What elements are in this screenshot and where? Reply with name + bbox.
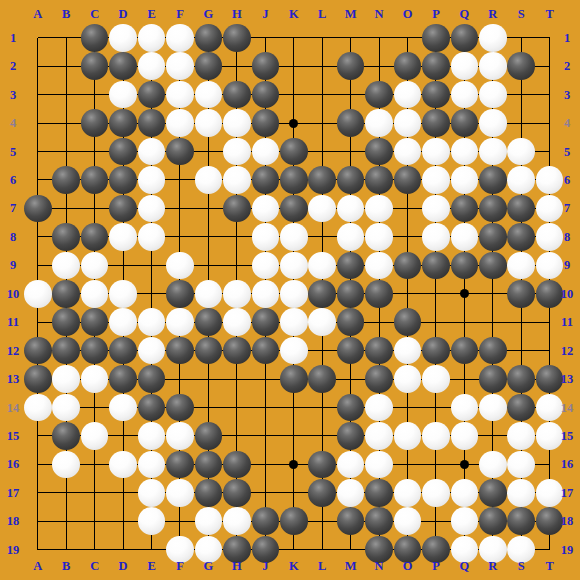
intersection-Q18[interactable] — [450, 507, 478, 535]
intersection-C4[interactable] — [80, 109, 108, 137]
intersection-T2[interactable] — [535, 52, 563, 80]
intersection-C15[interactable] — [80, 422, 108, 450]
intersection-R2[interactable] — [479, 52, 507, 80]
intersection-J3[interactable] — [251, 80, 279, 108]
intersection-E1[interactable] — [137, 24, 165, 52]
intersection-P12[interactable] — [422, 336, 450, 364]
intersection-G10[interactable] — [194, 280, 222, 308]
intersection-P18[interactable] — [422, 507, 450, 535]
intersection-D5[interactable] — [109, 137, 137, 165]
intersection-K7[interactable] — [280, 194, 308, 222]
intersection-J2[interactable] — [251, 52, 279, 80]
intersection-C3[interactable] — [80, 80, 108, 108]
intersection-R3[interactable] — [479, 80, 507, 108]
intersection-B15[interactable] — [52, 422, 80, 450]
intersection-E13[interactable] — [137, 365, 165, 393]
intersection-K10[interactable] — [280, 280, 308, 308]
intersection-B13[interactable] — [52, 365, 80, 393]
intersection-B12[interactable] — [52, 336, 80, 364]
intersection-R8[interactable] — [479, 223, 507, 251]
intersection-H12[interactable] — [223, 336, 251, 364]
intersection-F17[interactable] — [166, 479, 194, 507]
intersection-G6[interactable] — [194, 166, 222, 194]
intersection-L16[interactable] — [308, 450, 336, 478]
intersection-F14[interactable] — [166, 393, 194, 421]
intersection-O3[interactable] — [393, 80, 421, 108]
intersection-K4[interactable] — [280, 109, 308, 137]
intersection-Q12[interactable] — [450, 336, 478, 364]
intersection-T17[interactable] — [535, 479, 563, 507]
intersection-L4[interactable] — [308, 109, 336, 137]
intersection-F1[interactable] — [166, 24, 194, 52]
intersection-R9[interactable] — [479, 251, 507, 279]
intersection-C7[interactable] — [80, 194, 108, 222]
intersection-D18[interactable] — [109, 507, 137, 535]
intersection-S9[interactable] — [507, 251, 535, 279]
intersection-C9[interactable] — [80, 251, 108, 279]
intersection-J18[interactable] — [251, 507, 279, 535]
intersection-T3[interactable] — [535, 80, 563, 108]
intersection-S6[interactable] — [507, 166, 535, 194]
intersection-D3[interactable] — [109, 80, 137, 108]
intersection-C16[interactable] — [80, 450, 108, 478]
intersection-B4[interactable] — [52, 109, 80, 137]
intersection-G14[interactable] — [194, 393, 222, 421]
intersection-M5[interactable] — [336, 137, 364, 165]
intersection-N14[interactable] — [365, 393, 393, 421]
intersection-F10[interactable] — [166, 280, 194, 308]
intersection-H2[interactable] — [223, 52, 251, 80]
intersection-B14[interactable] — [52, 393, 80, 421]
intersection-E17[interactable] — [137, 479, 165, 507]
intersection-K15[interactable] — [280, 422, 308, 450]
intersection-R7[interactable] — [479, 194, 507, 222]
intersection-M15[interactable] — [336, 422, 364, 450]
intersection-G2[interactable] — [194, 52, 222, 80]
intersection-T4[interactable] — [535, 109, 563, 137]
intersection-E15[interactable] — [137, 422, 165, 450]
intersection-E12[interactable] — [137, 336, 165, 364]
intersection-A4[interactable] — [24, 109, 52, 137]
intersection-G15[interactable] — [194, 422, 222, 450]
intersection-C18[interactable] — [80, 507, 108, 535]
intersection-R4[interactable] — [479, 109, 507, 137]
intersection-J8[interactable] — [251, 223, 279, 251]
intersection-O15[interactable] — [393, 422, 421, 450]
intersection-F18[interactable] — [166, 507, 194, 535]
intersection-G13[interactable] — [194, 365, 222, 393]
intersection-C8[interactable] — [80, 223, 108, 251]
intersection-F8[interactable] — [166, 223, 194, 251]
intersection-K3[interactable] — [280, 80, 308, 108]
intersection-S3[interactable] — [507, 80, 535, 108]
intersection-G3[interactable] — [194, 80, 222, 108]
intersection-H3[interactable] — [223, 80, 251, 108]
intersection-S8[interactable] — [507, 223, 535, 251]
intersection-H18[interactable] — [223, 507, 251, 535]
intersection-K11[interactable] — [280, 308, 308, 336]
intersection-H16[interactable] — [223, 450, 251, 478]
intersection-B6[interactable] — [52, 166, 80, 194]
intersection-K12[interactable] — [280, 336, 308, 364]
intersection-C6[interactable] — [80, 166, 108, 194]
intersection-P10[interactable] — [422, 280, 450, 308]
intersection-C1[interactable] — [80, 24, 108, 52]
intersection-D14[interactable] — [109, 393, 137, 421]
intersection-B18[interactable] — [52, 507, 80, 535]
intersection-A11[interactable] — [24, 308, 52, 336]
intersection-T9[interactable] — [535, 251, 563, 279]
intersection-B8[interactable] — [52, 223, 80, 251]
intersection-K1[interactable] — [280, 24, 308, 52]
intersection-H8[interactable] — [223, 223, 251, 251]
intersection-O7[interactable] — [393, 194, 421, 222]
intersection-O10[interactable] — [393, 280, 421, 308]
intersection-N13[interactable] — [365, 365, 393, 393]
intersection-G9[interactable] — [194, 251, 222, 279]
intersection-B5[interactable] — [52, 137, 80, 165]
intersection-H6[interactable] — [223, 166, 251, 194]
intersection-K16[interactable] — [280, 450, 308, 478]
intersection-O1[interactable] — [393, 24, 421, 52]
intersection-L12[interactable] — [308, 336, 336, 364]
intersection-M9[interactable] — [336, 251, 364, 279]
intersection-M6[interactable] — [336, 166, 364, 194]
intersection-N6[interactable] — [365, 166, 393, 194]
intersection-M3[interactable] — [336, 80, 364, 108]
intersection-M1[interactable] — [336, 24, 364, 52]
intersection-P6[interactable] — [422, 166, 450, 194]
intersection-N15[interactable] — [365, 422, 393, 450]
intersection-J15[interactable] — [251, 422, 279, 450]
intersection-N1[interactable] — [365, 24, 393, 52]
intersection-C2[interactable] — [80, 52, 108, 80]
intersection-A3[interactable] — [24, 80, 52, 108]
intersection-P3[interactable] — [422, 80, 450, 108]
intersection-F3[interactable] — [166, 80, 194, 108]
intersection-S4[interactable] — [507, 109, 535, 137]
intersection-Q4[interactable] — [450, 109, 478, 137]
intersection-B7[interactable] — [52, 194, 80, 222]
intersection-F11[interactable] — [166, 308, 194, 336]
intersection-K6[interactable] — [280, 166, 308, 194]
intersection-N5[interactable] — [365, 137, 393, 165]
intersection-M13[interactable] — [336, 365, 364, 393]
intersection-Q14[interactable] — [450, 393, 478, 421]
intersection-E2[interactable] — [137, 52, 165, 80]
intersection-N17[interactable] — [365, 479, 393, 507]
intersection-E3[interactable] — [137, 80, 165, 108]
intersection-A13[interactable] — [24, 365, 52, 393]
intersection-F2[interactable] — [166, 52, 194, 80]
intersection-A5[interactable] — [24, 137, 52, 165]
intersection-T15[interactable] — [535, 422, 563, 450]
intersection-A7[interactable] — [24, 194, 52, 222]
intersection-F7[interactable] — [166, 194, 194, 222]
intersection-O11[interactable] — [393, 308, 421, 336]
intersection-H5[interactable] — [223, 137, 251, 165]
intersection-L9[interactable] — [308, 251, 336, 279]
intersection-E8[interactable] — [137, 223, 165, 251]
intersection-L7[interactable] — [308, 194, 336, 222]
intersection-G17[interactable] — [194, 479, 222, 507]
intersection-S18[interactable] — [507, 507, 535, 535]
intersection-M4[interactable] — [336, 109, 364, 137]
intersection-O17[interactable] — [393, 479, 421, 507]
intersection-H11[interactable] — [223, 308, 251, 336]
intersection-C5[interactable] — [80, 137, 108, 165]
intersection-C13[interactable] — [80, 365, 108, 393]
intersection-E6[interactable] — [137, 166, 165, 194]
intersection-P8[interactable] — [422, 223, 450, 251]
intersection-C14[interactable] — [80, 393, 108, 421]
intersection-D8[interactable] — [109, 223, 137, 251]
intersection-N16[interactable] — [365, 450, 393, 478]
intersection-P2[interactable] — [422, 52, 450, 80]
intersection-A2[interactable] — [24, 52, 52, 80]
intersection-J13[interactable] — [251, 365, 279, 393]
intersection-N11[interactable] — [365, 308, 393, 336]
intersection-T13[interactable] — [535, 365, 563, 393]
intersection-D15[interactable] — [109, 422, 137, 450]
intersection-H10[interactable] — [223, 280, 251, 308]
intersection-Q8[interactable] — [450, 223, 478, 251]
intersection-K14[interactable] — [280, 393, 308, 421]
intersection-O6[interactable] — [393, 166, 421, 194]
intersection-R13[interactable] — [479, 365, 507, 393]
intersection-H13[interactable] — [223, 365, 251, 393]
intersection-R15[interactable] — [479, 422, 507, 450]
intersection-F6[interactable] — [166, 166, 194, 194]
intersection-J17[interactable] — [251, 479, 279, 507]
intersection-T18[interactable] — [535, 507, 563, 535]
intersection-Q15[interactable] — [450, 422, 478, 450]
intersection-P7[interactable] — [422, 194, 450, 222]
intersection-T6[interactable] — [535, 166, 563, 194]
intersection-A16[interactable] — [24, 450, 52, 478]
intersection-S15[interactable] — [507, 422, 535, 450]
intersection-Q17[interactable] — [450, 479, 478, 507]
intersection-D17[interactable] — [109, 479, 137, 507]
intersection-H15[interactable] — [223, 422, 251, 450]
intersection-N4[interactable] — [365, 109, 393, 137]
intersection-M12[interactable] — [336, 336, 364, 364]
intersection-B2[interactable] — [52, 52, 80, 80]
intersection-L2[interactable] — [308, 52, 336, 80]
intersection-L13[interactable] — [308, 365, 336, 393]
intersection-K2[interactable] — [280, 52, 308, 80]
intersection-C12[interactable] — [80, 336, 108, 364]
intersection-P1[interactable] — [422, 24, 450, 52]
intersection-L5[interactable] — [308, 137, 336, 165]
intersection-L1[interactable] — [308, 24, 336, 52]
intersection-N10[interactable] — [365, 280, 393, 308]
intersection-N7[interactable] — [365, 194, 393, 222]
intersection-O2[interactable] — [393, 52, 421, 80]
intersection-H1[interactable] — [223, 24, 251, 52]
intersection-J11[interactable] — [251, 308, 279, 336]
intersection-S2[interactable] — [507, 52, 535, 80]
intersection-L15[interactable] — [308, 422, 336, 450]
intersection-M17[interactable] — [336, 479, 364, 507]
intersection-B9[interactable] — [52, 251, 80, 279]
intersection-B11[interactable] — [52, 308, 80, 336]
intersection-F15[interactable] — [166, 422, 194, 450]
intersection-N9[interactable] — [365, 251, 393, 279]
intersection-H14[interactable] — [223, 393, 251, 421]
intersection-D7[interactable] — [109, 194, 137, 222]
intersection-K13[interactable] — [280, 365, 308, 393]
intersection-R17[interactable] — [479, 479, 507, 507]
intersection-T10[interactable] — [535, 280, 563, 308]
intersection-T12[interactable] — [535, 336, 563, 364]
intersection-K8[interactable] — [280, 223, 308, 251]
intersection-K5[interactable] — [280, 137, 308, 165]
intersection-J1[interactable] — [251, 24, 279, 52]
intersection-G7[interactable] — [194, 194, 222, 222]
intersection-L17[interactable] — [308, 479, 336, 507]
intersection-A10[interactable] — [24, 280, 52, 308]
intersection-D12[interactable] — [109, 336, 137, 364]
intersection-E11[interactable] — [137, 308, 165, 336]
intersection-D6[interactable] — [109, 166, 137, 194]
intersection-J6[interactable] — [251, 166, 279, 194]
intersection-E4[interactable] — [137, 109, 165, 137]
intersection-P16[interactable] — [422, 450, 450, 478]
intersection-A1[interactable] — [24, 24, 52, 52]
intersection-J4[interactable] — [251, 109, 279, 137]
intersection-F9[interactable] — [166, 251, 194, 279]
intersection-G18[interactable] — [194, 507, 222, 535]
intersection-R12[interactable] — [479, 336, 507, 364]
intersection-R5[interactable] — [479, 137, 507, 165]
intersection-D1[interactable] — [109, 24, 137, 52]
intersection-O18[interactable] — [393, 507, 421, 535]
intersection-Q16[interactable] — [450, 450, 478, 478]
intersection-F4[interactable] — [166, 109, 194, 137]
intersection-F5[interactable] — [166, 137, 194, 165]
intersection-S11[interactable] — [507, 308, 535, 336]
intersection-H17[interactable] — [223, 479, 251, 507]
intersection-G16[interactable] — [194, 450, 222, 478]
intersection-L18[interactable] — [308, 507, 336, 535]
intersection-C10[interactable] — [80, 280, 108, 308]
intersection-M2[interactable] — [336, 52, 364, 80]
intersection-M10[interactable] — [336, 280, 364, 308]
intersection-H4[interactable] — [223, 109, 251, 137]
intersection-S10[interactable] — [507, 280, 535, 308]
intersection-A14[interactable] — [24, 393, 52, 421]
intersection-O9[interactable] — [393, 251, 421, 279]
intersection-Q2[interactable] — [450, 52, 478, 80]
intersection-P15[interactable] — [422, 422, 450, 450]
intersection-O5[interactable] — [393, 137, 421, 165]
intersection-N12[interactable] — [365, 336, 393, 364]
intersection-N3[interactable] — [365, 80, 393, 108]
intersection-K18[interactable] — [280, 507, 308, 535]
intersection-O8[interactable] — [393, 223, 421, 251]
intersection-T1[interactable] — [535, 24, 563, 52]
intersection-B16[interactable] — [52, 450, 80, 478]
intersection-R1[interactable] — [479, 24, 507, 52]
intersection-J7[interactable] — [251, 194, 279, 222]
intersection-B10[interactable] — [52, 280, 80, 308]
intersection-E18[interactable] — [137, 507, 165, 535]
intersection-G1[interactable] — [194, 24, 222, 52]
intersection-T7[interactable] — [535, 194, 563, 222]
intersection-P9[interactable] — [422, 251, 450, 279]
intersection-D9[interactable] — [109, 251, 137, 279]
intersection-Q9[interactable] — [450, 251, 478, 279]
intersection-A12[interactable] — [24, 336, 52, 364]
intersection-K17[interactable] — [280, 479, 308, 507]
intersection-R10[interactable] — [479, 280, 507, 308]
intersection-T11[interactable] — [535, 308, 563, 336]
intersection-R18[interactable] — [479, 507, 507, 535]
intersection-R6[interactable] — [479, 166, 507, 194]
intersection-M7[interactable] — [336, 194, 364, 222]
intersection-G8[interactable] — [194, 223, 222, 251]
intersection-O12[interactable] — [393, 336, 421, 364]
intersection-E10[interactable] — [137, 280, 165, 308]
intersection-H7[interactable] — [223, 194, 251, 222]
intersection-A18[interactable] — [24, 507, 52, 535]
intersection-E9[interactable] — [137, 251, 165, 279]
intersection-D16[interactable] — [109, 450, 137, 478]
intersection-Q1[interactable] — [450, 24, 478, 52]
intersection-L11[interactable] — [308, 308, 336, 336]
intersection-O4[interactable] — [393, 109, 421, 137]
intersection-L14[interactable] — [308, 393, 336, 421]
intersection-Q11[interactable] — [450, 308, 478, 336]
intersection-E14[interactable] — [137, 393, 165, 421]
intersection-G12[interactable] — [194, 336, 222, 364]
intersection-R11[interactable] — [479, 308, 507, 336]
intersection-M8[interactable] — [336, 223, 364, 251]
intersection-O13[interactable] — [393, 365, 421, 393]
intersection-F13[interactable] — [166, 365, 194, 393]
intersection-Q3[interactable] — [450, 80, 478, 108]
intersection-J16[interactable] — [251, 450, 279, 478]
intersection-J14[interactable] — [251, 393, 279, 421]
intersection-G4[interactable] — [194, 109, 222, 137]
intersection-R16[interactable] — [479, 450, 507, 478]
intersection-S13[interactable] — [507, 365, 535, 393]
intersection-S16[interactable] — [507, 450, 535, 478]
intersection-D13[interactable] — [109, 365, 137, 393]
intersection-O16[interactable] — [393, 450, 421, 478]
intersection-G5[interactable] — [194, 137, 222, 165]
intersection-B3[interactable] — [52, 80, 80, 108]
intersection-N2[interactable] — [365, 52, 393, 80]
intersection-D4[interactable] — [109, 109, 137, 137]
intersection-D2[interactable] — [109, 52, 137, 80]
intersection-L10[interactable] — [308, 280, 336, 308]
intersection-A15[interactable] — [24, 422, 52, 450]
intersection-J5[interactable] — [251, 137, 279, 165]
intersection-A8[interactable] — [24, 223, 52, 251]
intersection-D10[interactable] — [109, 280, 137, 308]
intersection-Q7[interactable] — [450, 194, 478, 222]
intersection-A17[interactable] — [24, 479, 52, 507]
intersection-Q6[interactable] — [450, 166, 478, 194]
intersection-S17[interactable] — [507, 479, 535, 507]
intersection-E16[interactable] — [137, 450, 165, 478]
intersection-B1[interactable] — [52, 24, 80, 52]
intersection-O14[interactable] — [393, 393, 421, 421]
intersection-L6[interactable] — [308, 166, 336, 194]
intersection-P14[interactable] — [422, 393, 450, 421]
